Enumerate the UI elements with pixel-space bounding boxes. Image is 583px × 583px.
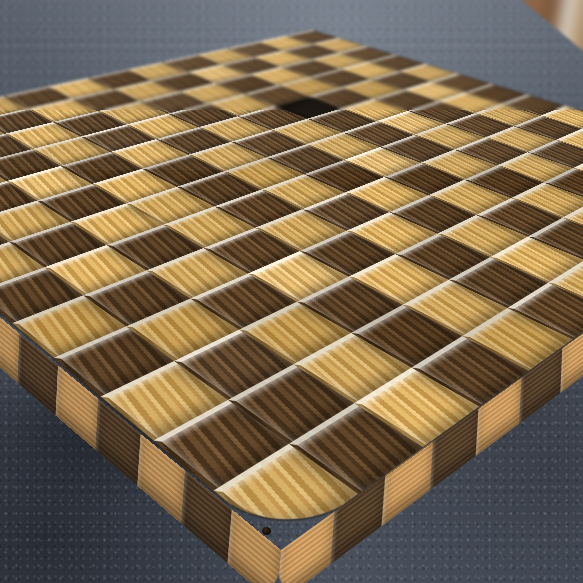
side-block-right [276,511,335,583]
board-scene [0,0,583,583]
dowel-hole [262,527,271,535]
photo-stage [0,0,583,583]
side-block-left [227,509,281,583]
checkerboard-grid [0,30,583,548]
